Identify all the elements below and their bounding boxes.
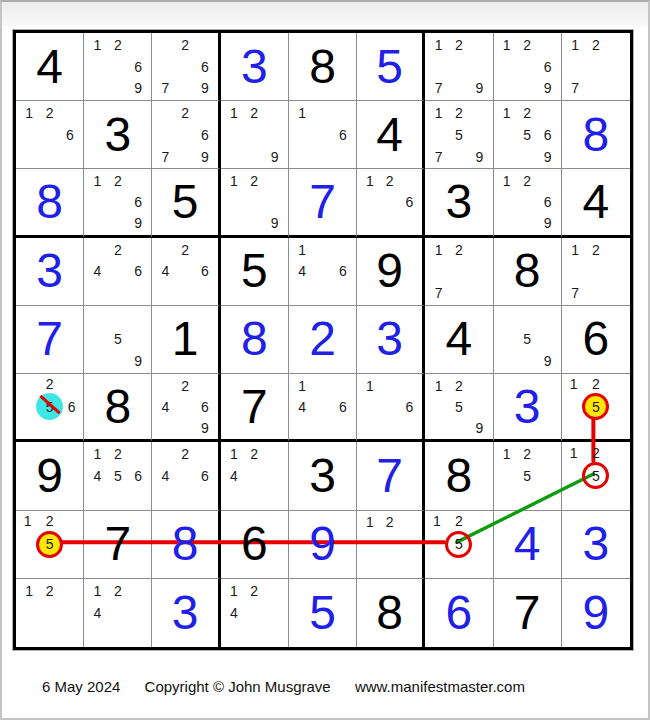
cell-r2c1[interactable]: 126 [16, 101, 84, 169]
candidates: 2679 [155, 102, 214, 167]
solved-digit: 3 [562, 511, 630, 578]
candidate-1: 1 [25, 106, 33, 120]
candidate-1: 1 [571, 243, 579, 257]
footer-date: 6 May 2024 [42, 678, 120, 695]
cell-r2c2[interactable]: 3 [84, 101, 152, 169]
candidate-2: 2 [181, 379, 189, 393]
solved-digit: 7 [16, 306, 83, 373]
candidate-6: 6 [201, 60, 209, 74]
cell-r9c1[interactable]: 12 [16, 579, 84, 647]
cell-r7c4[interactable]: 124 [221, 442, 289, 510]
candidate-6: 6 [406, 400, 414, 414]
candidate-6: 6 [201, 400, 209, 414]
given-digit: 7 [494, 579, 561, 647]
page: 4126926793851279126912712632679129164125… [0, 0, 650, 720]
candidate-2: 2 [523, 174, 531, 188]
candidate-1: 1 [94, 174, 102, 188]
cell-r5c8[interactable]: 59 [494, 306, 562, 374]
given-digit: 1 [152, 306, 217, 373]
cell-r7c2[interactable]: 12456 [84, 442, 152, 510]
candidates: 126 [360, 170, 419, 233]
cell-r9c5[interactable]: 5 [289, 579, 357, 647]
candidate-2: 2 [455, 106, 463, 120]
candidate-2: 2 [592, 377, 600, 391]
candidate-6: 6 [544, 60, 552, 74]
cell-r4c7[interactable]: 127 [425, 238, 493, 306]
candidates: 1269 [497, 170, 558, 233]
cell-r4c9[interactable]: 127 [562, 238, 630, 306]
cell-r3c4[interactable]: 129 [221, 169, 289, 237]
candidate-1: 1 [503, 174, 511, 188]
cell-r6c9[interactable]: 125 [562, 374, 630, 442]
candidate-6: 6 [406, 195, 414, 209]
solved-digit: 8 [152, 511, 217, 578]
cell-r3c5[interactable]: 7 [289, 169, 357, 237]
candidate-2: 2 [592, 446, 600, 460]
candidate-1: 1 [94, 447, 102, 461]
candidate-7: 7 [435, 81, 443, 95]
candidate-4: 4 [161, 264, 169, 278]
candidate-2: 2 [114, 447, 122, 461]
cell-r8c2[interactable]: 7 [84, 511, 152, 579]
candidate-7: 7 [161, 81, 169, 95]
candidate-1: 1 [94, 584, 102, 598]
candidates: 12 [19, 580, 80, 646]
candidate-7: 7 [571, 81, 579, 95]
candidates: 124 [224, 580, 285, 646]
cell-r7c8[interactable]: 125 [494, 442, 562, 510]
candidates: 125 [19, 512, 80, 577]
cell-r2c6[interactable]: 4 [357, 101, 425, 169]
candidate-6: 6 [201, 469, 209, 483]
cell-r6c3[interactable]: 2469 [152, 374, 220, 442]
candidate-5: 5 [114, 332, 122, 346]
cell-r1c7[interactable]: 1279 [425, 33, 493, 101]
solved-digit: 3 [152, 579, 217, 647]
candidates: 246 [155, 239, 214, 304]
cell-r1c2[interactable]: 1269 [84, 33, 152, 101]
cell-r7c1[interactable]: 9 [16, 442, 84, 510]
cell-r2c7[interactable]: 12579 [425, 101, 493, 169]
candidate-1: 1 [366, 379, 374, 393]
candidate-9: 9 [544, 354, 552, 368]
candidate-9: 9 [475, 150, 483, 164]
cell-r3c1[interactable]: 8 [16, 169, 84, 237]
cell-r6c5[interactable]: 146 [289, 374, 357, 442]
candidates: 12569 [497, 102, 558, 167]
candidate-4: 4 [161, 400, 169, 414]
solved-digit: 8 [562, 101, 630, 168]
given-digit: 7 [84, 511, 151, 578]
cell-r6c2[interactable]: 8 [84, 374, 152, 442]
cell-r8c7[interactable]: 125 [425, 511, 493, 579]
candidate-2: 2 [250, 584, 258, 598]
candidate-4: 4 [94, 469, 102, 483]
cell-r1c1[interactable]: 4 [16, 33, 84, 101]
given-digit: 3 [289, 442, 356, 509]
cell-r1c9[interactable]: 127 [562, 33, 630, 101]
cell-r9c8[interactable]: 7 [494, 579, 562, 647]
candidate-2: 2 [592, 243, 600, 257]
candidate-2: 2 [181, 106, 189, 120]
cell-r6c7[interactable]: 1259 [425, 374, 493, 442]
candidates: 124 [224, 443, 285, 508]
candidates: 246 [155, 443, 214, 508]
candidate-1: 1 [435, 379, 443, 393]
cell-r2c5[interactable]: 16 [289, 101, 357, 169]
cell-r2c4[interactable]: 129 [221, 101, 289, 169]
given-digit: 8 [357, 579, 422, 647]
cell-r5c9[interactable]: 6 [562, 306, 630, 374]
candidate-4: 4 [230, 469, 238, 483]
candidates: 256 [19, 375, 80, 438]
cell-r3c3[interactable]: 5 [152, 169, 220, 237]
candidate-9: 9 [201, 81, 209, 95]
given-digit: 9 [357, 238, 422, 305]
chain-node-candidate-5: 5 [582, 393, 609, 420]
candidate-7: 7 [435, 150, 443, 164]
candidate-4: 4 [94, 264, 102, 278]
candidate-6: 6 [544, 128, 552, 142]
candidate-2: 2 [455, 243, 463, 257]
cell-r3c7[interactable]: 3 [425, 169, 493, 237]
candidate-1: 1 [433, 514, 441, 528]
eliminated-candidate-5: 5 [36, 393, 63, 420]
candidate-9: 9 [201, 421, 209, 435]
candidate-6: 6 [201, 264, 209, 278]
candidate-2: 2 [250, 106, 258, 120]
candidates: 124 [87, 580, 148, 646]
candidate-6: 6 [201, 128, 209, 142]
cell-r5c5[interactable]: 2 [289, 306, 357, 374]
candidates: 129 [224, 170, 285, 233]
cell-r9c3[interactable]: 3 [152, 579, 220, 647]
candidate-1: 1 [503, 38, 511, 52]
cell-r9c7[interactable]: 6 [425, 579, 493, 647]
solved-digit: 9 [289, 511, 356, 578]
solved-digit: 5 [357, 33, 422, 100]
candidate-1: 1 [298, 106, 306, 120]
candidate-9: 9 [475, 421, 483, 435]
candidate-9: 9 [134, 216, 142, 230]
cell-r4c8[interactable]: 8 [494, 238, 562, 306]
cell-r4c1[interactable]: 3 [16, 238, 84, 306]
cell-r6c6[interactable]: 16 [357, 374, 425, 442]
candidate-1: 1 [230, 584, 238, 598]
given-digit: 5 [152, 169, 217, 234]
cell-r1c8[interactable]: 1269 [494, 33, 562, 101]
cell-r4c2[interactable]: 246 [84, 238, 152, 306]
candidate-6: 6 [339, 264, 347, 278]
solved-digit: 7 [289, 169, 356, 234]
given-digit: 8 [289, 33, 356, 100]
candidates: 146 [292, 239, 353, 304]
candidate-5: 5 [455, 400, 463, 414]
cell-r6c1[interactable]: 256 [16, 374, 84, 442]
solved-digit: 7 [357, 442, 422, 509]
candidate-5: 5 [523, 128, 531, 142]
candidate-9: 9 [544, 216, 552, 230]
candidate-1: 1 [503, 106, 511, 120]
candidate-1: 1 [571, 38, 579, 52]
candidate-1: 1 [230, 174, 238, 188]
candidate-9: 9 [271, 150, 279, 164]
given-digit: 8 [84, 374, 151, 439]
candidate-6: 6 [134, 195, 142, 209]
chain-node-candidate-5: 5 [36, 531, 63, 558]
cell-r4c5[interactable]: 146 [289, 238, 357, 306]
candidate-2: 2 [523, 447, 531, 461]
cell-r6c8[interactable]: 3 [494, 374, 562, 442]
cell-r9c9[interactable]: 9 [562, 579, 630, 647]
candidate-6: 6 [339, 400, 347, 414]
footer-copyright: Copyright © John Musgrave [145, 678, 331, 695]
candidate-9: 9 [475, 81, 483, 95]
cell-r3c8[interactable]: 1269 [494, 169, 562, 237]
candidates: 16 [292, 102, 353, 167]
cell-r7c6[interactable]: 7 [357, 442, 425, 510]
candidates: 1269 [497, 34, 558, 99]
top-bar [2, 2, 648, 26]
given-digit: 3 [84, 101, 151, 168]
candidate-2: 2 [592, 38, 600, 52]
candidate-2: 2 [46, 106, 54, 120]
cell-r9c6[interactable]: 8 [357, 579, 425, 647]
given-digit: 5 [221, 238, 288, 305]
candidates: 1279 [428, 34, 489, 99]
candidates: 125 [428, 512, 489, 577]
cell-r8c1[interactable]: 125 [16, 511, 84, 579]
candidate-2: 2 [114, 38, 122, 52]
candidate-9: 9 [271, 216, 279, 230]
solved-digit: 3 [494, 374, 561, 439]
given-digit: 8 [425, 442, 492, 509]
candidates: 12579 [428, 102, 489, 167]
candidate-6: 6 [134, 264, 142, 278]
cell-r2c8[interactable]: 12569 [494, 101, 562, 169]
candidate-9: 9 [201, 150, 209, 164]
candidate-9: 9 [134, 354, 142, 368]
cell-r5c7[interactable]: 4 [425, 306, 493, 374]
candidates: 127 [428, 239, 489, 304]
candidate-1: 1 [298, 243, 306, 257]
given-digit: 4 [16, 33, 83, 100]
cell-r3c2[interactable]: 1269 [84, 169, 152, 237]
candidate-2: 2 [455, 38, 463, 52]
cell-r5c1[interactable]: 7 [16, 306, 84, 374]
candidate-4: 4 [298, 400, 306, 414]
solved-digit: 5 [289, 579, 356, 647]
cell-r4c3[interactable]: 246 [152, 238, 220, 306]
candidate-2: 2 [46, 514, 54, 528]
candidates: 1259 [428, 375, 489, 438]
given-digit: 4 [425, 306, 492, 373]
candidate-1: 1 [570, 446, 578, 460]
cell-r8c9[interactable]: 3 [562, 511, 630, 579]
candidates: 59 [87, 307, 148, 372]
given-digit: 8 [494, 238, 561, 305]
candidates: 127 [565, 34, 627, 99]
chain-node-candidate-5: 5 [582, 462, 609, 489]
candidate-1: 1 [298, 379, 306, 393]
cell-r2c9[interactable]: 8 [562, 101, 630, 169]
cell-r9c4[interactable]: 124 [221, 579, 289, 647]
cell-r6c4[interactable]: 7 [221, 374, 289, 442]
candidate-7: 7 [161, 150, 169, 164]
cell-r8c8[interactable]: 4 [494, 511, 562, 579]
candidate-5: 5 [523, 332, 531, 346]
solved-digit: 4 [494, 511, 561, 578]
cell-r8c3[interactable]: 8 [152, 511, 220, 579]
candidate-2: 2 [386, 174, 394, 188]
given-digit: 6 [562, 306, 630, 373]
candidate-2: 2 [114, 243, 122, 257]
solved-digit: 9 [562, 579, 630, 647]
candidate-4: 4 [230, 606, 238, 620]
candidates: 1269 [87, 34, 148, 99]
given-digit: 4 [357, 101, 422, 168]
candidate-2: 2 [46, 584, 54, 598]
cell-r7c9[interactable]: 125 [562, 442, 630, 510]
candidate-2: 2 [181, 447, 189, 461]
candidate-2: 2 [46, 377, 54, 391]
candidate-1: 1 [25, 584, 33, 598]
candidate-1: 1 [503, 447, 511, 461]
candidate-9: 9 [134, 81, 142, 95]
given-digit: 9 [16, 442, 83, 509]
cell-r5c4[interactable]: 8 [221, 306, 289, 374]
candidate-5: 5 [523, 469, 531, 483]
candidate-2: 2 [455, 514, 463, 528]
candidate-2: 2 [181, 243, 189, 257]
solved-digit: 3 [16, 238, 83, 305]
candidate-1: 1 [435, 106, 443, 120]
given-digit: 6 [221, 511, 288, 578]
candidate-1: 1 [435, 243, 443, 257]
solved-digit: 8 [16, 169, 83, 234]
candidate-9: 9 [544, 150, 552, 164]
candidate-1: 1 [366, 174, 374, 188]
sudoku-board: 4126926793851279126912712632679129164125… [13, 30, 633, 650]
chain-node-candidate-5: 5 [445, 531, 472, 558]
candidate-9: 9 [544, 81, 552, 95]
footer: 6 May 2024 Copyright © John Musgrave www… [2, 678, 648, 695]
cell-r4c4[interactable]: 5 [221, 238, 289, 306]
candidate-6: 6 [66, 128, 74, 142]
candidate-2: 2 [114, 174, 122, 188]
candidate-2: 2 [181, 38, 189, 52]
given-digit: 3 [425, 169, 492, 234]
cell-r7c5[interactable]: 3 [289, 442, 357, 510]
footer-website: www.manifestmaster.com [355, 678, 525, 695]
candidate-2: 2 [386, 515, 394, 529]
cell-r8c4[interactable]: 6 [221, 511, 289, 579]
candidate-1: 1 [230, 447, 238, 461]
solved-digit: 6 [425, 579, 492, 647]
solved-digit: 8 [221, 306, 288, 373]
cell-r5c2[interactable]: 59 [84, 306, 152, 374]
candidates: 125 [565, 375, 627, 438]
candidate-4: 4 [161, 469, 169, 483]
candidate-6: 6 [68, 400, 76, 414]
candidate-6: 6 [339, 128, 347, 142]
candidate-1: 1 [570, 377, 578, 391]
solved-digit: 3 [357, 306, 422, 373]
candidates: 16 [360, 375, 419, 438]
candidate-2: 2 [523, 106, 531, 120]
candidates: 1269 [87, 170, 148, 233]
candidate-1: 1 [366, 515, 374, 529]
given-digit: 7 [221, 374, 288, 439]
candidate-2: 2 [250, 174, 258, 188]
cell-r8c6[interactable]: 12 [357, 511, 425, 579]
candidate-2: 2 [523, 38, 531, 52]
candidate-5: 5 [114, 469, 122, 483]
candidate-1: 1 [230, 106, 238, 120]
candidates: 127 [565, 239, 627, 304]
cell-r5c6[interactable]: 3 [357, 306, 425, 374]
candidate-6: 6 [134, 469, 142, 483]
cell-r4c6[interactable]: 9 [357, 238, 425, 306]
candidate-1: 1 [24, 514, 32, 528]
candidates: 59 [497, 307, 558, 372]
cell-r2c3[interactable]: 2679 [152, 101, 220, 169]
candidate-7: 7 [435, 286, 443, 300]
cell-r7c7[interactable]: 8 [425, 442, 493, 510]
cell-r3c9[interactable]: 4 [562, 169, 630, 237]
candidates: 126 [19, 102, 80, 167]
cell-r7c3[interactable]: 246 [152, 442, 220, 510]
candidate-4: 4 [94, 606, 102, 620]
solved-digit: 3 [221, 33, 288, 100]
given-digit: 4 [562, 169, 630, 234]
candidates: 246 [87, 239, 148, 304]
candidates: 2679 [155, 34, 214, 99]
candidate-1: 1 [435, 38, 443, 52]
cell-r1c4[interactable]: 3 [221, 33, 289, 101]
candidate-7: 7 [571, 286, 579, 300]
cell-r8c5[interactable]: 9 [289, 511, 357, 579]
candidates: 12456 [87, 443, 148, 508]
cell-r3c6[interactable]: 126 [357, 169, 425, 237]
candidates: 2469 [155, 375, 214, 438]
cell-r5c3[interactable]: 1 [152, 306, 220, 374]
candidates: 125 [497, 443, 558, 508]
candidates: 129 [224, 102, 285, 167]
candidate-2: 2 [455, 379, 463, 393]
solved-digit: 2 [289, 306, 356, 373]
cell-r9c2[interactable]: 124 [84, 579, 152, 647]
candidate-2: 2 [114, 584, 122, 598]
candidate-5: 5 [455, 128, 463, 142]
candidate-6: 6 [544, 195, 552, 209]
candidate-4: 4 [298, 264, 306, 278]
cell-r1c6[interactable]: 5 [357, 33, 425, 101]
cell-r1c3[interactable]: 2679 [152, 33, 220, 101]
candidate-1: 1 [94, 38, 102, 52]
candidates: 12 [360, 512, 419, 577]
candidates: 146 [292, 375, 353, 438]
candidates: 125 [565, 443, 627, 508]
candidate-6: 6 [134, 60, 142, 74]
cell-r1c5[interactable]: 8 [289, 33, 357, 101]
candidate-2: 2 [250, 447, 258, 461]
